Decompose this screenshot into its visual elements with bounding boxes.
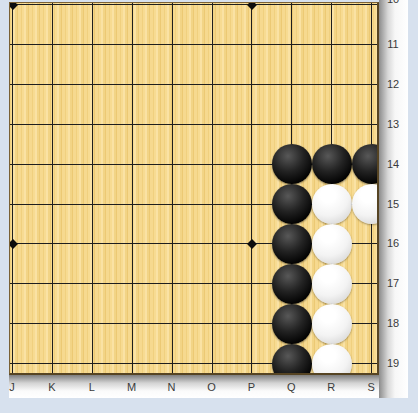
stone-black-s14[interactable]	[352, 144, 379, 184]
row-label-17: 17	[381, 277, 405, 289]
grid-line-column-k	[52, 3, 53, 373]
row-label-16: 16	[381, 237, 405, 249]
stone-black-q16[interactable]	[272, 224, 312, 264]
hoshi-point-p16	[247, 239, 257, 249]
row-label-15: 15	[381, 198, 405, 210]
grid-line-column-l	[92, 3, 93, 373]
column-label-l: L	[82, 381, 102, 393]
stone-white-r15[interactable]	[312, 184, 352, 224]
hoshi-point-j16	[9, 239, 17, 249]
column-label-m: M	[122, 381, 142, 393]
row-label-11: 11	[381, 38, 405, 50]
row-label-18: 18	[381, 317, 405, 329]
column-label-p: P	[241, 381, 261, 393]
grid-line-row-12	[10, 84, 377, 85]
row-label-14: 14	[381, 158, 405, 170]
stone-black-q15[interactable]	[272, 184, 312, 224]
hoshi-point-p10	[247, 2, 257, 9]
row-label-10: 10	[381, 0, 405, 5]
grid-line-column-p	[251, 3, 252, 373]
grid-line-column-m	[132, 3, 133, 373]
grid-line-column-j	[12, 3, 13, 373]
row-label-13: 13	[381, 118, 405, 130]
grid-line-row-10	[10, 4, 377, 5]
stone-black-q17[interactable]	[272, 264, 312, 304]
stone-white-s15[interactable]	[352, 184, 379, 224]
grid-line-column-o	[212, 3, 213, 373]
column-label-n: N	[162, 381, 182, 393]
row-label-12: 12	[381, 78, 405, 90]
column-label-r: R	[321, 381, 341, 393]
stone-black-q18[interactable]	[272, 304, 312, 344]
stone-white-r16[interactable]	[312, 224, 352, 264]
stone-white-r18[interactable]	[312, 304, 352, 344]
stone-white-r19[interactable]	[312, 344, 352, 375]
grid-line-row-13	[10, 124, 377, 125]
grid-line-row-11	[10, 44, 377, 45]
row-label-19: 19	[381, 357, 405, 369]
stone-black-q14[interactable]	[272, 144, 312, 184]
stone-black-q19[interactable]	[272, 344, 312, 375]
column-label-s: S	[361, 381, 381, 393]
column-label-j: J	[2, 381, 22, 393]
column-label-o: O	[202, 381, 222, 393]
grid-line-column-n	[172, 3, 173, 373]
stone-white-r17[interactable]	[312, 264, 352, 304]
column-label-k: K	[42, 381, 62, 393]
column-label-q: Q	[281, 381, 301, 393]
go-board[interactable]	[9, 2, 379, 375]
go-board-widget: 10111213141516171819JKLMNOPQRS	[0, 0, 418, 413]
hoshi-point-j10	[9, 2, 17, 9]
stone-black-r14[interactable]	[312, 144, 352, 184]
